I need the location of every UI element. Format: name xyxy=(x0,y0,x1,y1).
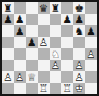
square-e1[interactable] xyxy=(50,83,62,95)
square-e5[interactable] xyxy=(50,37,62,49)
black-piece-glyph: ♟ xyxy=(26,37,38,49)
square-h3[interactable] xyxy=(85,60,97,72)
square-c3[interactable] xyxy=(26,60,38,72)
square-d2[interactable] xyxy=(38,71,50,83)
square-f6[interactable] xyxy=(61,25,73,37)
square-f2[interactable] xyxy=(61,71,73,83)
square-g7[interactable]: ♟ xyxy=(73,14,85,26)
square-a2[interactable]: ♟♙ xyxy=(2,71,14,83)
square-f8[interactable] xyxy=(61,2,73,14)
square-e4[interactable]: ♞♘ xyxy=(50,48,62,60)
square-a1[interactable] xyxy=(2,83,14,95)
black-piece-glyph: ♜ xyxy=(50,2,62,14)
square-b2[interactable]: ♟♙ xyxy=(14,71,26,83)
square-d1[interactable]: ♜♖ xyxy=(38,83,50,95)
white-piece-outline: ♙ xyxy=(50,60,62,72)
white-pawn[interactable]: ♟♙ xyxy=(73,71,85,83)
square-h8[interactable] xyxy=(85,2,97,14)
black-piece-glyph: ♞ xyxy=(73,25,85,37)
black-piece-glyph: ♟ xyxy=(2,14,14,26)
square-a7[interactable]: ♟ xyxy=(2,14,14,26)
black-piece-glyph: ♟ xyxy=(73,14,85,26)
square-c1[interactable] xyxy=(26,83,38,95)
black-piece-glyph: ♜ xyxy=(2,2,14,14)
square-g6[interactable]: ♞ xyxy=(73,25,85,37)
square-c5[interactable]: ♟ xyxy=(26,37,38,49)
black-pawn[interactable]: ♟ xyxy=(2,14,14,26)
square-c2[interactable]: ♛♕ xyxy=(26,71,38,83)
black-rook[interactable]: ♜ xyxy=(50,2,62,14)
square-g4[interactable] xyxy=(73,48,85,60)
white-rook[interactable]: ♜♖ xyxy=(38,83,50,95)
square-g3[interactable]: ♟♙ xyxy=(73,60,85,72)
square-g1[interactable]: ♚♔ xyxy=(73,83,85,95)
white-piece-outline: ♙ xyxy=(73,71,85,83)
white-pawn[interactable]: ♟♙ xyxy=(85,48,97,60)
black-pawn[interactable]: ♟ xyxy=(14,14,26,26)
square-d4[interactable] xyxy=(38,48,50,60)
black-king[interactable]: ♚ xyxy=(73,2,85,14)
square-d8[interactable]: ♛ xyxy=(38,2,50,14)
square-f1[interactable]: ♜♖ xyxy=(61,83,73,95)
white-knight[interactable]: ♞♘ xyxy=(50,48,62,60)
square-g8[interactable]: ♚ xyxy=(73,2,85,14)
square-c8[interactable] xyxy=(26,2,38,14)
white-piece-outline: ♕ xyxy=(26,71,38,83)
black-pawn[interactable]: ♟ xyxy=(26,37,38,49)
square-b6[interactable]: ♟ xyxy=(14,25,26,37)
square-e7[interactable] xyxy=(50,14,62,26)
black-queen[interactable]: ♛ xyxy=(38,2,50,14)
square-a5[interactable] xyxy=(2,37,14,49)
square-b7[interactable]: ♟ xyxy=(14,14,26,26)
square-e6[interactable] xyxy=(50,25,62,37)
black-piece-glyph: ♟ xyxy=(14,14,26,26)
square-f4[interactable] xyxy=(61,48,73,60)
white-piece-outline: ♔ xyxy=(73,83,85,95)
square-h2[interactable] xyxy=(85,71,97,83)
square-h5[interactable] xyxy=(85,37,97,49)
square-d5[interactable]: ♟♙ xyxy=(38,37,50,49)
square-a6[interactable] xyxy=(2,25,14,37)
square-a8[interactable]: ♜ xyxy=(2,2,14,14)
square-b5[interactable] xyxy=(14,37,26,49)
square-g2[interactable]: ♟♙ xyxy=(73,71,85,83)
square-b8[interactable] xyxy=(14,2,26,14)
white-pawn[interactable]: ♟♙ xyxy=(38,37,50,49)
white-pawn[interactable]: ♟♙ xyxy=(50,60,62,72)
black-piece-glyph: ♟ xyxy=(14,25,26,37)
white-piece-outline: ♘ xyxy=(50,48,62,60)
black-rook[interactable]: ♜ xyxy=(2,2,14,14)
white-piece-outline: ♙ xyxy=(38,37,50,49)
black-knight[interactable]: ♞ xyxy=(73,25,85,37)
square-c7[interactable] xyxy=(26,14,38,26)
square-f5[interactable] xyxy=(61,37,73,49)
square-a3[interactable] xyxy=(2,60,14,72)
black-piece-glyph: ♟ xyxy=(85,25,97,37)
square-d6[interactable] xyxy=(38,25,50,37)
square-c4[interactable] xyxy=(26,48,38,60)
square-b4[interactable] xyxy=(14,48,26,60)
square-f3[interactable] xyxy=(61,60,73,72)
square-b3[interactable] xyxy=(14,60,26,72)
black-pawn[interactable]: ♟ xyxy=(85,25,97,37)
square-e8[interactable]: ♜ xyxy=(50,2,62,14)
white-piece-outline: ♙ xyxy=(73,60,85,72)
square-h1[interactable] xyxy=(85,83,97,95)
square-e3[interactable]: ♟♙ xyxy=(50,60,62,72)
square-h6[interactable]: ♟ xyxy=(85,25,97,37)
square-a4[interactable] xyxy=(2,48,14,60)
chess-board: ♜♛♜♚♟♟♟♟♟♞♟♟♟♙♞♘♟♙♟♙♟♙♟♙♟♙♛♕♟♙♜♖♜♖♚♔ xyxy=(0,0,99,96)
white-piece-outline: ♙ xyxy=(2,71,14,83)
black-piece-glyph: ♟ xyxy=(61,14,73,26)
black-piece-glyph: ♚ xyxy=(73,2,85,14)
square-h7[interactable] xyxy=(85,14,97,26)
square-h4[interactable]: ♟♙ xyxy=(85,48,97,60)
black-piece-glyph: ♛ xyxy=(38,2,50,14)
white-piece-outline: ♙ xyxy=(85,48,97,60)
black-pawn[interactable]: ♟ xyxy=(14,25,26,37)
square-e2[interactable] xyxy=(50,71,62,83)
white-king[interactable]: ♚♔ xyxy=(73,83,85,95)
white-queen[interactable]: ♛♕ xyxy=(26,71,38,83)
black-pawn[interactable]: ♟ xyxy=(61,14,73,26)
white-pawn[interactable]: ♟♙ xyxy=(2,71,14,83)
white-rook[interactable]: ♜♖ xyxy=(61,83,73,95)
square-d7[interactable] xyxy=(38,14,50,26)
white-piece-outline: ♙ xyxy=(14,71,26,83)
white-piece-outline: ♖ xyxy=(61,83,73,95)
white-piece-outline: ♖ xyxy=(38,83,50,95)
black-pawn[interactable]: ♟ xyxy=(73,14,85,26)
white-pawn[interactable]: ♟♙ xyxy=(14,71,26,83)
square-f7[interactable]: ♟ xyxy=(61,14,73,26)
square-g5[interactable] xyxy=(73,37,85,49)
square-c6[interactable] xyxy=(26,25,38,37)
square-d3[interactable] xyxy=(38,60,50,72)
square-b1[interactable] xyxy=(14,83,26,95)
white-pawn[interactable]: ♟♙ xyxy=(73,60,85,72)
